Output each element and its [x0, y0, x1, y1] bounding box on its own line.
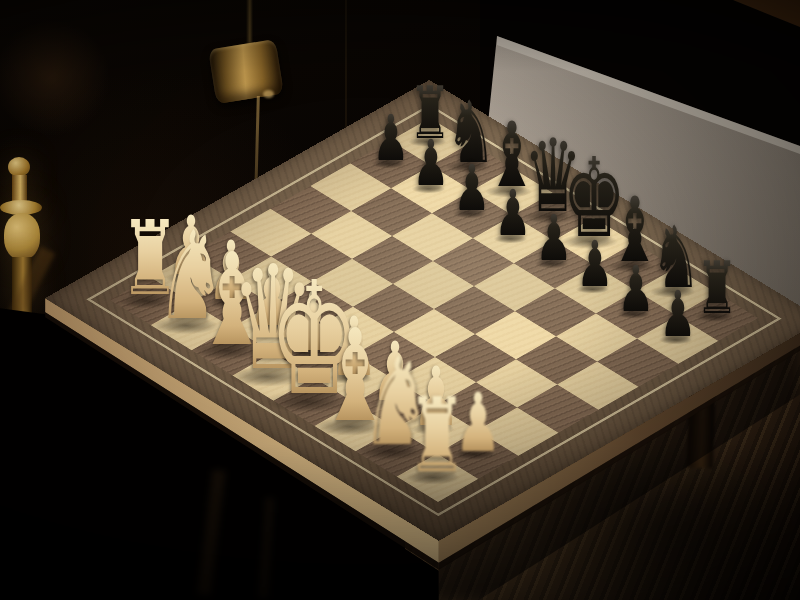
photo-scene: ♜♞♝♛♚♝♞♜♟♟♟♟♟♟♟♟♟♟♟♟♟♟♟♟♜♞♝♛♚♝♞♜	[0, 0, 800, 600]
piece-black-pawn-b7[interactable]: ♟	[413, 132, 450, 195]
brass-candlestick-bulb	[4, 213, 40, 260]
brass-candlestick-neck	[12, 175, 27, 202]
brass-candlestick-finial	[8, 157, 30, 177]
piece-black-pawn-h7[interactable]: ♟	[659, 283, 696, 346]
piece-black-pawn-g7[interactable]: ♟	[618, 258, 655, 321]
piece-black-pawn-c7[interactable]: ♟	[454, 157, 491, 220]
piece-black-rook-h8[interactable]: ♜	[696, 252, 738, 324]
piece-white-rook-h1[interactable]: ♜	[408, 385, 468, 488]
lamp-glint	[263, 90, 274, 98]
piece-black-pawn-e7[interactable]: ♟	[536, 207, 573, 270]
piece-black-pawn-a7[interactable]: ♟	[372, 107, 409, 170]
piece-black-pawn-d7[interactable]: ♟	[495, 182, 532, 245]
piece-black-pawn-f7[interactable]: ♟	[577, 232, 614, 295]
